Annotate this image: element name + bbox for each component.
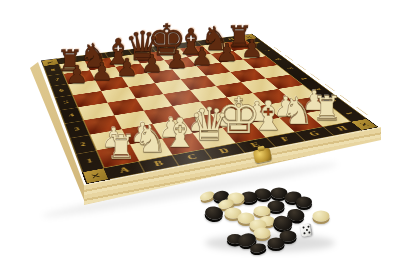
checkers-pile [0,0,400,262]
die-pip [303,232,305,234]
die-pip [302,226,304,228]
die-pip [309,231,311,233]
die-pip [305,229,307,231]
checker-disc-black [268,238,285,249]
checker-disc-black [296,197,312,208]
checker-disc-white [313,211,330,222]
checker-disc-white [254,228,271,239]
checker-disc-black [249,242,266,253]
die-pip [308,225,310,227]
checker-disc-white [254,206,271,216]
product-photo-scene: ✕ ✕ ✕ ✕ ABCDEFGH ABCDEFGH 87654321 87654… [0,0,400,262]
dice-icon [300,223,313,237]
